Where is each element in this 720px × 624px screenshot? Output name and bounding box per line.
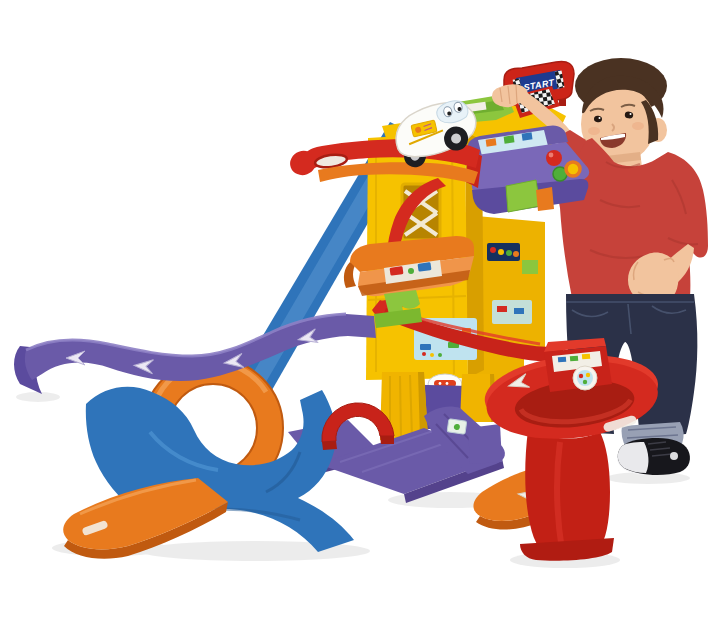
orange-dial (566, 162, 580, 176)
product-photo: START (0, 0, 720, 624)
sneaker-logo (670, 452, 678, 460)
green-block (506, 180, 540, 212)
funnel-control-box (544, 338, 612, 392)
cheek-left (588, 127, 600, 135)
red-button (546, 150, 562, 166)
wing-green-clip (522, 260, 538, 274)
funnel-purple-foot (468, 424, 502, 464)
funnel-pedestal (525, 430, 610, 556)
cheek-right (632, 122, 644, 130)
sneaker-toecap (618, 442, 649, 473)
sneaker (617, 438, 690, 475)
orange-block (536, 187, 554, 211)
photo-canvas: START (0, 0, 720, 624)
